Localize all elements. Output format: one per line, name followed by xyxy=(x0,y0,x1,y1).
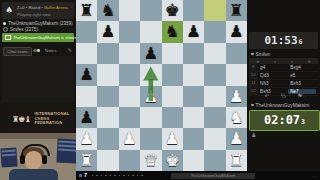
square-f7[interactable]: ♟ xyxy=(183,21,204,42)
piece-black-rook[interactable]: ♜ xyxy=(226,0,247,21)
square-g1[interactable] xyxy=(204,150,225,171)
square-g3[interactable] xyxy=(204,107,225,128)
username-chip: TheUnknownGuyMaksim xyxy=(171,173,255,179)
move-list: «‹›» 9g4Bxg410Qd3e511Nh3Bxh312Bxh3Ne7 xyxy=(249,58,318,96)
piece-black-knight[interactable]: ♞ xyxy=(97,0,118,21)
online-dot-icon xyxy=(251,104,254,107)
square-g4[interactable] xyxy=(204,86,225,107)
chat-toggle[interactable] xyxy=(33,49,40,52)
square-f8[interactable] xyxy=(183,0,204,21)
chat-messages-area[interactable] xyxy=(2,56,74,102)
square-g7[interactable] xyxy=(204,21,225,42)
draw-offer-button[interactable]: ½ xyxy=(280,92,286,100)
streamer-shoulders xyxy=(9,169,58,180)
square-c7[interactable] xyxy=(119,21,140,42)
prev-move-button[interactable]: ‹ xyxy=(274,58,276,64)
piece-black-pawn[interactable]: ♟ xyxy=(140,43,161,64)
piece-white-pawn[interactable]: ♟ xyxy=(119,128,140,149)
square-e8[interactable]: ♚ xyxy=(162,0,183,21)
piece-white-pawn[interactable]: ♟ xyxy=(140,86,161,107)
streaming-banner-text: TheUnknownGuyMaksim is streaming xyxy=(13,35,84,40)
streamer-clock: 02:073 xyxy=(249,110,320,131)
piece-white-pawn[interactable]: ♟ xyxy=(162,128,183,149)
square-d7[interactable] xyxy=(140,21,161,42)
captured-pieces-tray: ♟ xyxy=(251,131,256,138)
game-action-bar: ↶ ½ ⚑ xyxy=(249,92,318,100)
chess-board[interactable]: ♜♞♚♜♟♞♟♟♟♟♟♟♟♞♟♟♟♟♜♛♚♜ xyxy=(76,0,247,171)
move-cell[interactable]: Qd3 xyxy=(258,73,288,78)
black-player-row[interactable]: Smilex (2275) xyxy=(3,27,73,33)
white-player-name: TheUnknownGuyMaksim (2359) xyxy=(8,21,73,26)
square-d8[interactable] xyxy=(140,0,161,21)
square-b2[interactable] xyxy=(97,128,118,149)
game-side-panel: 01:536 Smilex «‹›» 9g4Bxg410Qd3e511Nh3Bx… xyxy=(247,0,320,171)
opponent-clock-time: 01:53 xyxy=(264,34,297,47)
square-c3[interactable] xyxy=(119,107,140,128)
piece-black-pawn[interactable]: ♟ xyxy=(97,21,118,42)
square-b7[interactable]: ♟ xyxy=(97,21,118,42)
square-e3[interactable] xyxy=(162,107,183,128)
streamer-name: TheUnknownGuyMaksim xyxy=(256,103,310,108)
streamer-name-row[interactable]: TheUnknownGuyMaksim xyxy=(251,102,309,108)
move-number: 10 xyxy=(249,72,258,79)
square-f2[interactable] xyxy=(183,128,204,149)
square-g2[interactable] xyxy=(204,128,225,149)
square-a8[interactable]: ♜ xyxy=(76,0,97,21)
badge-icon xyxy=(79,174,82,178)
wall-poster xyxy=(0,147,17,167)
game-status-text: Playing right now xyxy=(17,12,50,17)
square-e7[interactable]: ♞ xyxy=(162,21,183,42)
square-d5[interactable] xyxy=(140,64,161,85)
headphone-cup xyxy=(42,155,47,164)
square-f1[interactable] xyxy=(183,150,204,171)
square-d4[interactable]: ♟ xyxy=(140,86,161,107)
move-row: 9g4Bxg4 xyxy=(249,64,318,72)
square-c8[interactable] xyxy=(119,0,140,21)
player-list: TheUnknownGuyMaksim (2359) Smilex (2275) xyxy=(3,21,73,32)
piece-white-rook[interactable]: ♜ xyxy=(76,150,97,171)
game-meta-prefix: 2+0 • Rated • xyxy=(17,5,44,10)
last-move-button[interactable]: » xyxy=(308,58,311,64)
square-b1[interactable] xyxy=(97,150,118,171)
square-a3[interactable]: ♟ xyxy=(76,107,97,128)
piece-white-pawn[interactable]: ♟ xyxy=(76,128,97,149)
move-cell[interactable]: Bxh3 xyxy=(288,81,318,86)
piece-black-king[interactable]: ♚ xyxy=(162,0,183,21)
white-player-row[interactable]: TheUnknownGuyMaksim (2359) xyxy=(3,21,73,27)
square-h2[interactable]: ♟ xyxy=(226,128,247,149)
square-h6[interactable] xyxy=(226,43,247,64)
square-f6[interactable] xyxy=(183,43,204,64)
square-a2[interactable]: ♟ xyxy=(76,128,97,149)
square-d2[interactable] xyxy=(140,128,161,149)
stream-frame: ♠ 2+0 • Rated • Bullet Arena Playing rig… xyxy=(0,0,320,180)
square-g6[interactable] xyxy=(204,43,225,64)
square-h3[interactable]: ♞ xyxy=(226,107,247,128)
resign-button[interactable]: ⚑ xyxy=(297,92,302,100)
square-g5[interactable] xyxy=(204,64,225,85)
webcam-feed xyxy=(0,133,76,180)
move-cell[interactable]: Nh3 xyxy=(258,81,288,86)
square-h4[interactable]: ♟ xyxy=(226,86,247,107)
streaming-banner[interactable]: TheUnknownGuyMaksim is streaming xyxy=(2,33,74,42)
opponent-clock: 01:536 xyxy=(249,32,318,49)
streamer-face xyxy=(25,151,42,170)
takeback-button[interactable]: ↶ xyxy=(264,92,269,100)
piece-white-rook[interactable]: ♜ xyxy=(226,150,247,171)
square-a7[interactable] xyxy=(76,21,97,42)
black-color-icon xyxy=(3,27,8,32)
piece-white-knight[interactable]: ♞ xyxy=(226,107,247,128)
square-f4[interactable] xyxy=(183,86,204,107)
wall-poster xyxy=(56,138,76,163)
piece-white-pawn[interactable]: ♟ xyxy=(226,86,247,107)
square-e5[interactable] xyxy=(162,64,183,85)
opponent-clock-tenths: 6 xyxy=(299,38,303,46)
logo-pieces-icon: ♜♚♝ xyxy=(12,115,31,124)
move-rows: 9g4Bxg410Qd3e511Nh3Bxh312Bxh3Ne7 xyxy=(249,64,318,96)
move-cell[interactable]: Bxg4 xyxy=(288,65,318,70)
square-e6[interactable] xyxy=(162,43,183,64)
square-b5[interactable] xyxy=(97,64,118,85)
square-a4[interactable] xyxy=(76,86,97,107)
square-d6[interactable]: ♟ xyxy=(140,43,161,64)
streamer-clock-tenths: 3 xyxy=(301,118,305,126)
tab-notes[interactable]: Notes xyxy=(45,48,56,53)
square-c6[interactable] xyxy=(119,43,140,64)
edit-icon[interactable]: ✎ xyxy=(68,47,72,53)
square-e1[interactable]: ♚ xyxy=(162,150,183,171)
game-meta-line: 2+0 • Rated • Bullet Arena xyxy=(17,5,68,10)
square-g8[interactable] xyxy=(204,0,225,21)
tv-icon xyxy=(5,35,11,40)
square-d3[interactable] xyxy=(140,107,161,128)
square-c5[interactable] xyxy=(119,64,140,85)
move-cell[interactable]: g4 xyxy=(258,65,288,70)
piece-white-queen[interactable]: ♛ xyxy=(140,150,161,171)
move-cell[interactable]: e5 xyxy=(288,73,318,78)
chess-federation-logo: ♜♚♝ INTERNATIONAL CHESS FEDERATION xyxy=(8,104,74,134)
square-a1[interactable]: ♜ xyxy=(76,150,97,171)
piece-black-pawn[interactable]: ♟ xyxy=(76,64,97,85)
square-h7[interactable]: ♟ xyxy=(226,21,247,42)
square-c1[interactable] xyxy=(119,150,140,171)
tick-dots xyxy=(92,175,143,177)
piece-white-pawn[interactable]: ♟ xyxy=(226,128,247,149)
left-sidebar: ♠ 2+0 • Rated • Bullet Arena Playing rig… xyxy=(0,0,76,180)
game-meta-box: ♠ 2+0 • Rated • Bullet Arena Playing rig… xyxy=(2,2,74,19)
next-move-button[interactable]: › xyxy=(291,58,293,64)
tab-chat-room[interactable]: Chat room xyxy=(3,47,32,56)
move-row: 10Qd3e5 xyxy=(249,72,318,80)
move-row: 11Nh3Bxh3 xyxy=(249,80,318,88)
piece-black-rook[interactable]: ♜ xyxy=(76,0,97,21)
piece-black-knight[interactable]: ♞ xyxy=(162,21,183,42)
bottom-overlay-bar: 7 TheUnknownGuyMaksim … xyxy=(76,171,320,180)
streamer-clock-time: 02:07 xyxy=(264,113,300,127)
white-color-icon xyxy=(3,22,6,25)
square-h8[interactable]: ♜ xyxy=(226,0,247,21)
chat-header: Chat room Notes ✎ xyxy=(2,46,74,55)
piece-black-pawn[interactable]: ♟ xyxy=(226,21,247,42)
square-b6[interactable] xyxy=(97,43,118,64)
square-c2[interactable]: ♟ xyxy=(119,128,140,149)
square-h1[interactable]: ♜ xyxy=(226,150,247,171)
piece-black-pawn[interactable]: ♟ xyxy=(183,21,204,42)
opponent-name: Smilex xyxy=(256,52,270,57)
piece-white-king[interactable]: ♚ xyxy=(162,150,183,171)
piece-black-pawn[interactable]: ♟ xyxy=(76,107,97,128)
opponent-name-row[interactable]: Smilex xyxy=(251,51,270,57)
headphone-cup xyxy=(20,155,25,164)
move-number: 11 xyxy=(249,80,258,87)
game-speed-icon: ♠ xyxy=(5,5,13,16)
square-b8[interactable]: ♞ xyxy=(97,0,118,21)
square-c4[interactable] xyxy=(119,86,140,107)
square-e2[interactable]: ♟ xyxy=(162,128,183,149)
black-player-name: Smilex (2275) xyxy=(10,27,38,32)
square-a5[interactable]: ♟ xyxy=(76,64,97,85)
bar-right-text: … xyxy=(312,172,317,178)
tournament-link[interactable]: Bullet Arena xyxy=(44,5,68,10)
badge-count: 7 xyxy=(84,172,87,178)
square-f5[interactable] xyxy=(183,64,204,85)
square-f3[interactable] xyxy=(183,107,204,128)
logo-text-line: FEDERATION xyxy=(35,121,70,126)
square-e4[interactable] xyxy=(162,86,183,107)
square-a6[interactable] xyxy=(76,43,97,64)
square-h5[interactable] xyxy=(226,64,247,85)
move-number: 9 xyxy=(249,64,258,71)
square-d1[interactable]: ♛ xyxy=(140,150,161,171)
online-dot-icon xyxy=(251,53,254,56)
square-b3[interactable] xyxy=(97,107,118,128)
square-b4[interactable] xyxy=(97,86,118,107)
